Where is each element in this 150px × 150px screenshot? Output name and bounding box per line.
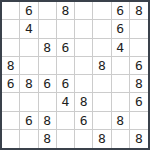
grid-cell[interactable] bbox=[93, 93, 111, 111]
grid-cell[interactable] bbox=[112, 93, 130, 111]
grid-cell[interactable] bbox=[20, 93, 38, 111]
grid-cell[interactable] bbox=[39, 2, 57, 20]
grid-cell[interactable] bbox=[75, 39, 93, 57]
grid-cell[interactable]: 8 bbox=[20, 75, 38, 93]
grid-cell[interactable]: 8 bbox=[39, 39, 57, 57]
grid-cell[interactable]: 8 bbox=[130, 75, 148, 93]
grid-cell[interactable] bbox=[93, 75, 111, 93]
grid-cell[interactable] bbox=[20, 57, 38, 75]
grid-cell[interactable] bbox=[57, 130, 75, 148]
grid-cell[interactable]: 8 bbox=[130, 130, 148, 148]
grid-cell[interactable]: 4 bbox=[57, 93, 75, 111]
grid-cell[interactable]: 6 bbox=[112, 2, 130, 20]
grid-cell[interactable] bbox=[93, 2, 111, 20]
grid-cell[interactable] bbox=[75, 130, 93, 148]
grid-cell[interactable] bbox=[2, 39, 20, 57]
grid-cell[interactable] bbox=[130, 112, 148, 130]
grid-cell[interactable] bbox=[75, 2, 93, 20]
grid-cell[interactable] bbox=[93, 112, 111, 130]
grid-cell[interactable] bbox=[75, 57, 93, 75]
grid-cell[interactable] bbox=[39, 20, 57, 38]
grid-cell[interactable]: 6 bbox=[20, 2, 38, 20]
grid-cell[interactable]: 6 bbox=[57, 75, 75, 93]
grid-cell[interactable] bbox=[2, 2, 20, 20]
grid-cell[interactable] bbox=[2, 93, 20, 111]
grid-cell[interactable] bbox=[112, 130, 130, 148]
grid-cell[interactable] bbox=[57, 20, 75, 38]
grid-cell[interactable]: 8 bbox=[93, 130, 111, 148]
grid-cell[interactable]: 4 bbox=[20, 20, 38, 38]
grid-cell[interactable] bbox=[20, 39, 38, 57]
grid-cell[interactable]: 8 bbox=[112, 112, 130, 130]
grid-cell[interactable] bbox=[2, 20, 20, 38]
grid-cell[interactable] bbox=[39, 93, 57, 111]
grid-cell[interactable]: 6 bbox=[130, 93, 148, 111]
grid-cell[interactable] bbox=[57, 57, 75, 75]
grid-cell[interactable] bbox=[57, 112, 75, 130]
grid-cell[interactable] bbox=[2, 130, 20, 148]
grid-cell[interactable] bbox=[130, 20, 148, 38]
grid-cell[interactable]: 6 bbox=[57, 39, 75, 57]
grid-cell[interactable]: 6 bbox=[112, 20, 130, 38]
grid-cell[interactable]: 8 bbox=[93, 57, 111, 75]
grid-cell[interactable]: 6 bbox=[75, 112, 93, 130]
grid-cell[interactable]: 8 bbox=[2, 57, 20, 75]
grid-cell[interactable] bbox=[2, 112, 20, 130]
grid-cell[interactable] bbox=[93, 39, 111, 57]
grid-cell[interactable]: 6 bbox=[20, 112, 38, 130]
grid-cell[interactable]: 8 bbox=[130, 2, 148, 20]
grid-cell[interactable]: 6 bbox=[130, 57, 148, 75]
grid-cell[interactable]: 6 bbox=[39, 75, 57, 93]
grid-cell[interactable] bbox=[75, 75, 93, 93]
grid-cell[interactable] bbox=[112, 57, 130, 75]
grid-cell[interactable]: 8 bbox=[75, 93, 93, 111]
puzzle-board: 686846864886686684866868888 bbox=[0, 0, 150, 150]
grid-cell[interactable]: 6 bbox=[2, 75, 20, 93]
grid-cell[interactable] bbox=[75, 20, 93, 38]
grid-cell[interactable] bbox=[93, 20, 111, 38]
grid-cell[interactable] bbox=[39, 57, 57, 75]
grid-cell[interactable]: 8 bbox=[39, 112, 57, 130]
grid-cell[interactable] bbox=[20, 130, 38, 148]
grid-cell[interactable]: 4 bbox=[112, 39, 130, 57]
grid-cell[interactable]: 8 bbox=[57, 2, 75, 20]
grid-cell[interactable] bbox=[130, 39, 148, 57]
grid-cell[interactable]: 8 bbox=[39, 130, 57, 148]
grid-cell[interactable] bbox=[112, 75, 130, 93]
